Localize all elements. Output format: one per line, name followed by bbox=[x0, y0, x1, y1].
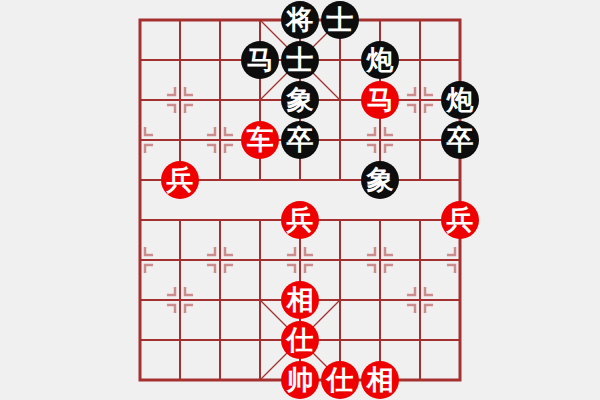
board-point[interactable] bbox=[240, 280, 280, 320]
board-point[interactable] bbox=[160, 240, 200, 280]
black-advisor[interactable]: 士 bbox=[321, 1, 359, 39]
board-point[interactable] bbox=[120, 40, 160, 80]
board-point[interactable] bbox=[240, 240, 280, 280]
black-elephant[interactable]: 象 bbox=[361, 161, 399, 199]
board-point[interactable] bbox=[120, 0, 160, 40]
board-point[interactable]: 相 bbox=[360, 360, 400, 400]
board-point[interactable] bbox=[360, 240, 400, 280]
red-general[interactable]: 帅 bbox=[281, 361, 319, 399]
board-point[interactable] bbox=[320, 280, 360, 320]
board-point[interactable] bbox=[440, 240, 480, 280]
board-point[interactable] bbox=[160, 0, 200, 40]
red-horse[interactable]: 马 bbox=[361, 81, 399, 119]
board-point[interactable] bbox=[240, 200, 280, 240]
board-point[interactable]: 仕 bbox=[280, 320, 320, 360]
board-point[interactable] bbox=[120, 360, 160, 400]
board-point[interactable]: 兵 bbox=[440, 200, 480, 240]
board-point[interactable] bbox=[200, 40, 240, 80]
board-point[interactable] bbox=[200, 240, 240, 280]
board-point[interactable] bbox=[440, 360, 480, 400]
board-point[interactable] bbox=[400, 200, 440, 240]
board-point[interactable] bbox=[440, 40, 480, 80]
board-point[interactable]: 车 bbox=[240, 120, 280, 160]
board-grid: 将士马士炮象马炮车卒卒兵象兵兵相仕帅仕相 bbox=[120, 0, 480, 400]
board-point[interactable] bbox=[320, 40, 360, 80]
board-point[interactable]: 兵 bbox=[280, 200, 320, 240]
board-point[interactable] bbox=[360, 0, 400, 40]
board-point[interactable] bbox=[240, 0, 280, 40]
board-point[interactable]: 卒 bbox=[280, 120, 320, 160]
board-point[interactable] bbox=[440, 320, 480, 360]
red-elephant[interactable]: 相 bbox=[361, 361, 399, 399]
board-point[interactable] bbox=[160, 200, 200, 240]
xiangqi-board: 将士马士炮象马炮车卒卒兵象兵兵相仕帅仕相 bbox=[0, 0, 600, 400]
board-point[interactable] bbox=[160, 40, 200, 80]
red-soldier[interactable]: 兵 bbox=[281, 201, 319, 239]
board-point[interactable] bbox=[320, 80, 360, 120]
board-point[interactable] bbox=[200, 120, 240, 160]
board-point[interactable] bbox=[400, 80, 440, 120]
board-point[interactable] bbox=[200, 0, 240, 40]
board-point[interactable] bbox=[400, 240, 440, 280]
board-point[interactable] bbox=[440, 160, 480, 200]
black-elephant[interactable]: 象 bbox=[281, 81, 319, 119]
board-point[interactable] bbox=[120, 160, 160, 200]
board-point[interactable]: 帅 bbox=[280, 360, 320, 400]
board-point[interactable] bbox=[120, 120, 160, 160]
board-point[interactable] bbox=[240, 320, 280, 360]
board-point[interactable] bbox=[320, 240, 360, 280]
board-point[interactable] bbox=[400, 0, 440, 40]
board-point[interactable] bbox=[200, 360, 240, 400]
black-general[interactable]: 将 bbox=[281, 1, 319, 39]
board-point[interactable] bbox=[440, 280, 480, 320]
board-point[interactable] bbox=[160, 320, 200, 360]
board-point[interactable] bbox=[360, 280, 400, 320]
board-point[interactable] bbox=[120, 320, 160, 360]
board-point[interactable] bbox=[440, 0, 480, 40]
board-point[interactable] bbox=[160, 360, 200, 400]
board-point[interactable]: 象 bbox=[360, 160, 400, 200]
black-advisor[interactable]: 士 bbox=[281, 41, 319, 79]
board-point[interactable]: 炮 bbox=[360, 40, 400, 80]
black-cannon[interactable]: 炮 bbox=[361, 41, 399, 79]
board-point[interactable]: 象 bbox=[280, 80, 320, 120]
board-point[interactable] bbox=[240, 360, 280, 400]
board-point[interactable] bbox=[160, 80, 200, 120]
board-point[interactable] bbox=[360, 320, 400, 360]
board-point[interactable] bbox=[320, 160, 360, 200]
board-point[interactable]: 炮 bbox=[440, 80, 480, 120]
board-point[interactable] bbox=[400, 360, 440, 400]
board-point[interactable] bbox=[400, 320, 440, 360]
board-point[interactable]: 士 bbox=[280, 40, 320, 80]
red-advisor[interactable]: 仕 bbox=[321, 361, 359, 399]
red-soldier[interactable]: 兵 bbox=[161, 161, 199, 199]
red-chariot[interactable]: 车 bbox=[241, 121, 279, 159]
board-point[interactable] bbox=[240, 160, 280, 200]
board-point[interactable] bbox=[200, 280, 240, 320]
board-point[interactable] bbox=[240, 80, 280, 120]
board-point[interactable] bbox=[360, 120, 400, 160]
black-soldier[interactable]: 卒 bbox=[441, 121, 479, 159]
black-soldier[interactable]: 卒 bbox=[281, 121, 319, 159]
board-point[interactable] bbox=[400, 280, 440, 320]
board-point[interactable] bbox=[360, 200, 400, 240]
board-point[interactable] bbox=[400, 120, 440, 160]
red-soldier[interactable]: 兵 bbox=[441, 201, 479, 239]
black-horse[interactable]: 马 bbox=[241, 41, 279, 79]
board-point[interactable]: 将 bbox=[280, 0, 320, 40]
red-advisor[interactable]: 仕 bbox=[281, 321, 319, 359]
board-point[interactable]: 马 bbox=[240, 40, 280, 80]
board-point[interactable] bbox=[120, 240, 160, 280]
board-point[interactable]: 兵 bbox=[160, 160, 200, 200]
board-point[interactable]: 士 bbox=[320, 0, 360, 40]
board-point[interactable] bbox=[200, 80, 240, 120]
board-point[interactable] bbox=[320, 320, 360, 360]
red-elephant[interactable]: 相 bbox=[281, 281, 319, 319]
board-point[interactable]: 仕 bbox=[320, 360, 360, 400]
board-point[interactable] bbox=[280, 240, 320, 280]
board-point[interactable] bbox=[160, 280, 200, 320]
board-point[interactable]: 马 bbox=[360, 80, 400, 120]
board-point[interactable] bbox=[120, 80, 160, 120]
board-point[interactable] bbox=[400, 160, 440, 200]
board-point[interactable]: 卒 bbox=[440, 120, 480, 160]
board-point[interactable] bbox=[200, 320, 240, 360]
board-point[interactable]: 相 bbox=[280, 280, 320, 320]
board-point[interactable] bbox=[120, 280, 160, 320]
board-point[interactable] bbox=[120, 200, 160, 240]
board-point[interactable] bbox=[400, 40, 440, 80]
board-point[interactable] bbox=[280, 160, 320, 200]
black-cannon[interactable]: 炮 bbox=[441, 81, 479, 119]
board-point[interactable] bbox=[320, 200, 360, 240]
board-point[interactable] bbox=[320, 120, 360, 160]
board-point[interactable] bbox=[160, 120, 200, 160]
board-point[interactable] bbox=[200, 200, 240, 240]
board-point[interactable] bbox=[200, 160, 240, 200]
